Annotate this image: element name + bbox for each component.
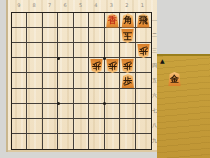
piece-sente-1一[interactable]: 飛 xyxy=(137,14,150,28)
square-4七[interactable] xyxy=(89,104,104,119)
square-5八[interactable] xyxy=(74,119,89,134)
square-5五[interactable] xyxy=(74,73,89,88)
square-8四[interactable] xyxy=(27,58,42,73)
square-4一[interactable] xyxy=(89,13,104,28)
piece-sente-2五[interactable]: 歩 xyxy=(121,74,134,88)
square-4五[interactable] xyxy=(89,73,104,88)
square-1四[interactable] xyxy=(136,58,151,73)
sente-turn-marker: ▲ xyxy=(160,57,165,64)
square-5七[interactable] xyxy=(74,104,89,119)
piece-gote-3四[interactable]: 歩 xyxy=(106,59,119,73)
square-7七[interactable] xyxy=(43,104,58,119)
piece-sente-2一[interactable]: 角 xyxy=(121,14,134,28)
hand-piece-金[interactable]: 金 xyxy=(168,72,181,86)
square-8一[interactable] xyxy=(27,13,42,28)
file-coordinates: 987654321 xyxy=(11,1,150,10)
square-9六[interactable] xyxy=(12,89,27,104)
piece-gote-1三[interactable]: 歩 xyxy=(137,44,150,58)
square-9二[interactable] xyxy=(12,28,27,43)
square-6八[interactable] xyxy=(58,119,73,134)
file-label: 6 xyxy=(57,1,72,10)
square-6九[interactable] xyxy=(58,134,73,149)
square-9三[interactable] xyxy=(12,43,27,58)
square-7四[interactable] xyxy=(43,58,58,73)
square-9八[interactable] xyxy=(12,119,27,134)
square-5二[interactable] xyxy=(74,28,89,43)
file-label: 2 xyxy=(119,1,134,10)
square-6五[interactable] xyxy=(58,73,73,88)
square-2三[interactable] xyxy=(120,43,135,58)
square-9七[interactable] xyxy=(12,104,27,119)
square-3七[interactable] xyxy=(105,104,120,119)
square-8九[interactable] xyxy=(27,134,42,149)
square-3五[interactable] xyxy=(105,73,120,88)
board-grid[interactable]: 香角飛玉歩歩歩歩歩 xyxy=(11,12,152,150)
file-label: 8 xyxy=(26,1,41,10)
square-5九[interactable] xyxy=(74,134,89,149)
square-8五[interactable] xyxy=(27,73,42,88)
square-7三[interactable] xyxy=(43,43,58,58)
square-1二[interactable] xyxy=(136,28,151,43)
square-1六[interactable] xyxy=(136,89,151,104)
square-3六[interactable] xyxy=(105,89,120,104)
star-point xyxy=(57,102,60,105)
star-point xyxy=(103,57,106,60)
square-8二[interactable] xyxy=(27,28,42,43)
square-7二[interactable] xyxy=(43,28,58,43)
square-3八[interactable] xyxy=(105,119,120,134)
square-4二[interactable] xyxy=(89,28,104,43)
square-7一[interactable] xyxy=(43,13,58,28)
rank-label: 二 xyxy=(151,27,158,42)
file-label: 4 xyxy=(88,1,103,10)
square-6四[interactable] xyxy=(58,58,73,73)
square-8八[interactable] xyxy=(27,119,42,134)
piece-sente-3一[interactable]: 香 xyxy=(106,14,119,28)
square-9一[interactable] xyxy=(12,13,27,28)
square-5一[interactable] xyxy=(74,13,89,28)
rank-label: 一 xyxy=(151,12,158,27)
square-4六[interactable] xyxy=(89,89,104,104)
square-5三[interactable] xyxy=(74,43,89,58)
file-label: 7 xyxy=(42,1,57,10)
square-8六[interactable] xyxy=(27,89,42,104)
square-7五[interactable] xyxy=(43,73,58,88)
square-3二[interactable] xyxy=(105,28,120,43)
square-2六[interactable] xyxy=(120,89,135,104)
file-label: 3 xyxy=(104,1,119,10)
shogi-widget: 987654321 一二三四五六七八九 香角飛玉歩歩歩歩歩 ▲ 金 xyxy=(0,0,210,158)
square-8三[interactable] xyxy=(27,43,42,58)
sente-komadai: ▲ 金 xyxy=(157,54,210,158)
square-2八[interactable] xyxy=(120,119,135,134)
star-point xyxy=(57,57,60,60)
square-2七[interactable] xyxy=(120,104,135,119)
square-4八[interactable] xyxy=(89,119,104,134)
square-6六[interactable] xyxy=(58,89,73,104)
square-6七[interactable] xyxy=(58,104,73,119)
square-4九[interactable] xyxy=(89,134,104,149)
square-8七[interactable] xyxy=(27,104,42,119)
file-label: 1 xyxy=(135,1,150,10)
square-6一[interactable] xyxy=(58,13,73,28)
square-6二[interactable] xyxy=(58,28,73,43)
square-1八[interactable] xyxy=(136,119,151,134)
shogi-board: 987654321 一二三四五六七八九 香角飛玉歩歩歩歩歩 xyxy=(8,0,157,152)
square-1九[interactable] xyxy=(136,134,151,149)
square-4三[interactable] xyxy=(89,43,104,58)
square-6三[interactable] xyxy=(58,43,73,58)
square-9九[interactable] xyxy=(12,134,27,149)
square-3三[interactable] xyxy=(105,43,120,58)
square-1五[interactable] xyxy=(136,73,151,88)
square-7八[interactable] xyxy=(43,119,58,134)
square-9四[interactable] xyxy=(12,58,27,73)
file-label: 9 xyxy=(11,1,26,10)
square-7九[interactable] xyxy=(43,134,58,149)
square-1七[interactable] xyxy=(136,104,151,119)
square-3九[interactable] xyxy=(105,134,120,149)
square-5六[interactable] xyxy=(74,89,89,104)
square-5四[interactable] xyxy=(74,58,89,73)
square-2九[interactable] xyxy=(120,134,135,149)
square-7六[interactable] xyxy=(43,89,58,104)
square-9五[interactable] xyxy=(12,73,27,88)
file-label: 5 xyxy=(73,1,88,10)
